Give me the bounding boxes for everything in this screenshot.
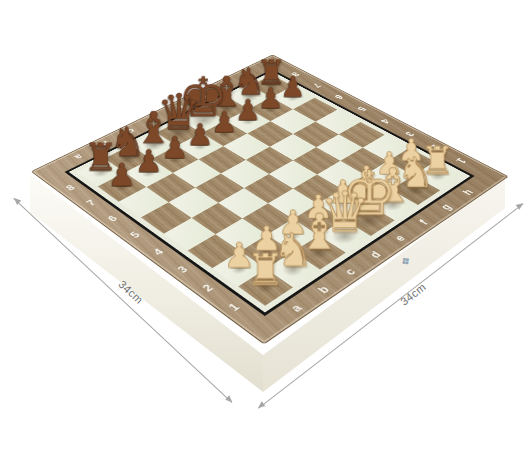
- square-a1: ♜: [238, 269, 293, 306]
- chess-set-photo: ❖ 34cm 34cm abcdefgh abcdefgh 87654321 8…: [0, 0, 531, 465]
- piece-white-rook: ♜: [209, 248, 323, 291]
- piece-black-pawn: ♟: [71, 159, 173, 190]
- brand-logo-icon: ❖: [398, 253, 414, 269]
- chess-board: abcdefgh abcdefgh 87654321 87654321 ♜♞♝♛…: [31, 55, 509, 345]
